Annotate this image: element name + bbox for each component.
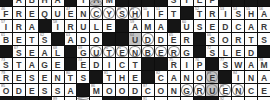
cell-letter: N (52, 71, 64, 83)
clue-number: 57 (1, 20, 5, 24)
cell-letter: D (129, 84, 141, 96)
cell-r9c4 (39, 97, 51, 100)
cell-letter: R (181, 33, 193, 45)
cell-r9c8[interactable] (90, 97, 102, 100)
cell-r5c21 (258, 46, 270, 58)
cell-r7c3[interactable]: S (26, 71, 38, 83)
clue-number: 48 (117, 7, 121, 11)
cell-r2c2[interactable]: R (13, 7, 25, 19)
cell-r3c2[interactable]: R (13, 20, 25, 32)
cell-r4c5 (52, 33, 64, 45)
cell-r6c20[interactable]: A (245, 58, 257, 70)
cell-r2c15 (181, 7, 193, 19)
cell-r3c13[interactable]: A (155, 20, 167, 32)
cell-r5c9[interactable]: 70T (103, 46, 115, 58)
cell-r5c6 (65, 46, 77, 58)
circle-marker (103, 7, 115, 19)
cell-r3c6[interactable]: R (65, 20, 77, 32)
cell-r5c11[interactable]: N (129, 46, 141, 58)
cell-letter: C (245, 84, 257, 96)
cell-r8c8[interactable]: 86M (90, 84, 102, 96)
cell-letter: N (168, 84, 180, 96)
cell-r8c4[interactable]: S (39, 84, 51, 96)
cell-r5c2[interactable]: 67S (13, 46, 25, 58)
cell-r6c7[interactable]: 74E (77, 58, 89, 70)
cell-r8c13[interactable]: O (155, 84, 167, 96)
cell-letter: S (39, 84, 51, 96)
cell-letter: L (90, 20, 102, 32)
cell-r4c2[interactable]: E (13, 33, 25, 45)
cell-r6c17 (206, 58, 218, 70)
cell-letter: A (245, 58, 257, 70)
clue-number: 52 (195, 7, 199, 11)
clue-number: 84 (233, 71, 237, 75)
cell-r2c12[interactable]: 50I (142, 7, 154, 19)
cell-r3c17[interactable]: E (206, 20, 218, 32)
cell-r6c9[interactable]: I (103, 58, 115, 70)
cell-r8c2[interactable]: D (13, 84, 25, 96)
cell-r2c4[interactable]: Q (39, 7, 51, 19)
cell-r2c17[interactable]: R (206, 7, 218, 19)
cell-letter: G (181, 46, 193, 58)
clue-number: 77 (220, 58, 224, 62)
cell-r1c20 (245, 0, 257, 6)
cell-r8c16[interactable]: R (194, 84, 206, 96)
cell-letter: E (206, 20, 218, 32)
clue-number: 62 (40, 33, 44, 37)
cell-r8c3[interactable]: E (26, 84, 38, 96)
cell-r3c7[interactable]: U (77, 20, 89, 32)
clue-number: 75 (169, 58, 173, 62)
cell-r4c3[interactable]: T (26, 33, 38, 45)
cell-letter: R (65, 20, 77, 32)
cell-r9c2 (13, 97, 25, 100)
cell-r7c7[interactable]: S (77, 71, 89, 83)
cell-letter: S (26, 71, 38, 83)
cell-r8c14[interactable]: N (168, 84, 180, 96)
cell-letter: M (103, 0, 115, 6)
cell-r3c9[interactable]: E (103, 20, 115, 32)
clue-number: 81 (104, 71, 108, 75)
cell-r1c13 (155, 0, 167, 6)
cell-r9c9 (103, 97, 115, 100)
crossword-board: ABHATAMSTEP46FREQU47ENCY48S49H50I51FT52T… (0, 0, 270, 100)
clue-number: 61 (1, 33, 5, 37)
cell-r4c11[interactable]: 64U (129, 33, 141, 45)
cell-r6c15[interactable]: I (181, 58, 193, 70)
cell-r9c1 (0, 97, 12, 100)
cell-r4c16 (194, 33, 206, 45)
circle-marker (181, 84, 193, 96)
cell-letter: E (103, 20, 115, 32)
cell-letter: D (155, 33, 167, 45)
cell-letter: G (39, 58, 51, 70)
cell-letter: H (39, 0, 51, 6)
cell-r4c19[interactable]: R (232, 33, 244, 45)
clue-number: 89 (53, 97, 57, 100)
cell-r3c20[interactable]: A (245, 20, 257, 32)
cell-letter: Q (39, 7, 51, 19)
clue-number: 91 (143, 97, 147, 100)
cell-r3c12[interactable]: M (142, 20, 154, 32)
cell-r1c21 (258, 0, 270, 6)
cell-r2c9[interactable]: Y (103, 7, 115, 19)
cell-r5c5[interactable]: 68L (52, 46, 64, 58)
cell-r7c18 (219, 71, 231, 83)
cell-r3c19[interactable]: C (232, 20, 244, 32)
cell-letter: W (232, 58, 244, 70)
clue-number: 70 (104, 46, 108, 50)
cell-r7c5[interactable]: N (52, 71, 64, 83)
cell-letter: E (26, 7, 38, 19)
clue-number: 65 (169, 33, 173, 37)
circle-marker (155, 46, 167, 58)
cell-r2c1[interactable]: 46F (0, 7, 12, 19)
cell-r1c6 (65, 0, 77, 6)
cell-r9c10 (116, 97, 128, 100)
cell-r2c3[interactable]: E (26, 7, 38, 19)
cell-r3c8[interactable]: L (90, 20, 102, 32)
cell-r1c16[interactable]: E (194, 0, 206, 6)
cell-r8c5[interactable]: S (52, 84, 64, 96)
cell-r6c6 (65, 58, 77, 70)
cell-r9c18[interactable]: 92 (219, 97, 231, 100)
cell-r2c14[interactable]: T (168, 7, 180, 19)
cell-r5c16 (194, 46, 206, 58)
cell-r2c21[interactable]: 56A (258, 7, 270, 19)
cell-r7c11[interactable]: E (129, 71, 141, 83)
cell-r6c16[interactable]: 76P (194, 58, 206, 70)
cell-r5c4[interactable]: A (39, 46, 51, 58)
clue-number: 47 (66, 7, 70, 11)
cell-r2c6[interactable]: 47E (65, 7, 77, 19)
clue-number: 67 (14, 46, 18, 50)
cell-r7c12 (142, 71, 154, 83)
cell-r5c1 (0, 46, 12, 58)
cell-letter: T (129, 58, 141, 70)
cell-r6c5[interactable]: E (52, 58, 64, 70)
cell-letter: D (13, 84, 25, 96)
cell-letter: S (77, 71, 89, 83)
cell-r3c1[interactable]: 57I (0, 20, 12, 32)
clue-number: 63 (66, 33, 70, 37)
clue-number: 50 (143, 7, 147, 11)
cell-r8c1[interactable]: 85O (0, 84, 12, 96)
cell-r1c1 (0, 0, 12, 6)
cell-r9c16 (194, 97, 206, 100)
cell-r1c19 (232, 0, 244, 6)
cell-r9c6[interactable] (65, 97, 77, 100)
cell-r2c7[interactable]: N (77, 7, 89, 19)
cell-r3c10 (116, 20, 128, 32)
cell-letter: E (26, 84, 38, 96)
cell-r8c17[interactable]: U (206, 84, 218, 96)
cell-letter: A (26, 58, 38, 70)
cell-letter: H (116, 71, 128, 83)
cell-letter: R (232, 33, 244, 45)
cell-r9c3 (26, 97, 38, 100)
cell-r9c14[interactable] (168, 97, 180, 100)
cell-r4c10 (116, 33, 128, 45)
cell-r5c10[interactable]: 71E (116, 46, 128, 58)
cell-r9c21[interactable] (258, 97, 270, 100)
cell-r5c17[interactable]: 72S (206, 46, 218, 58)
cell-r9c20[interactable] (245, 97, 257, 100)
cell-r6c14[interactable]: 75R (168, 58, 180, 70)
cell-r4c14[interactable]: 65E (168, 33, 180, 45)
cell-r2c19[interactable]: 54S (232, 7, 244, 19)
cell-r6c10[interactable]: C (116, 58, 128, 70)
cell-letter: A (155, 20, 167, 32)
cell-letter: O (103, 84, 115, 96)
cell-r2c10[interactable]: 48S (116, 7, 128, 19)
cell-r6c19[interactable]: W (232, 58, 244, 70)
cell-r8c15[interactable]: G (181, 84, 193, 96)
cell-r8c12[interactable]: 87C (142, 84, 154, 96)
cell-r1c5[interactable]: A (52, 0, 64, 6)
clue-number: 90 (78, 97, 82, 100)
cell-r4c8[interactable]: O (90, 33, 102, 45)
cell-r2c13[interactable]: 51F (155, 7, 167, 19)
cell-r1c12 (142, 0, 154, 6)
clue-number: 71 (117, 46, 121, 50)
cell-r7c9[interactable]: 81T (103, 71, 115, 83)
cell-r8c21[interactable]: E (258, 84, 270, 96)
cell-r5c3[interactable]: E (26, 46, 38, 58)
clue-number: 60 (182, 20, 186, 24)
cell-r1c10 (116, 0, 128, 6)
cell-r5c20[interactable]: D (245, 46, 257, 58)
cell-r4c9 (103, 33, 115, 45)
cell-r4c12[interactable]: D (142, 33, 154, 45)
cell-r1c9[interactable]: M (103, 0, 115, 6)
clue-number: 83 (207, 71, 211, 75)
cell-letter: D (245, 46, 257, 58)
clue-number: 79 (1, 71, 5, 75)
cell-r4c15[interactable]: R (181, 33, 193, 45)
cell-letter: T (26, 33, 38, 45)
cell-letter: E (194, 0, 206, 6)
cell-letter: P (206, 0, 218, 6)
cell-letter: O (116, 84, 128, 96)
clue-number: 51 (156, 7, 160, 11)
cell-r7c21[interactable]: A (258, 71, 270, 83)
cell-r6c13 (155, 58, 167, 70)
cell-r7c2[interactable]: E (13, 71, 25, 83)
cell-r8c6[interactable]: A (65, 84, 77, 96)
cell-r3c5[interactable]: 58I (52, 20, 64, 32)
cell-r6c8[interactable]: D (90, 58, 102, 70)
cell-letter: S (194, 20, 206, 32)
cell-letter: I (103, 58, 115, 70)
cell-r5c14[interactable]: R (168, 46, 180, 58)
cell-r7c16[interactable]: O (194, 71, 206, 83)
cell-r7c8 (90, 71, 102, 83)
cell-r4c18[interactable]: O (219, 33, 231, 45)
cell-r2c11[interactable]: 49H (129, 7, 141, 19)
cell-r4c21[interactable]: S (258, 33, 270, 45)
cell-letter: C (232, 20, 244, 32)
cell-letter: S (258, 33, 270, 45)
cell-letter: L (219, 46, 231, 58)
circle-marker (142, 46, 154, 58)
cell-r2c5[interactable]: U (52, 7, 64, 19)
cell-r8c7 (77, 84, 89, 96)
cell-r5c15[interactable]: G (181, 46, 193, 58)
clue-number: 46 (1, 7, 5, 11)
cell-r5c13[interactable]: E (155, 46, 167, 58)
cell-r4c20[interactable]: T (245, 33, 257, 45)
cell-letter: D (219, 20, 231, 32)
cell-r3c18[interactable]: D (219, 20, 231, 32)
cell-letter: A (258, 71, 270, 83)
cell-r5c19[interactable]: E (232, 46, 244, 58)
cell-r4c17[interactable]: 66S (206, 33, 218, 45)
cell-r8c20[interactable]: C (245, 84, 257, 96)
cell-r2c20[interactable]: 55H (245, 7, 257, 19)
cell-r8c11[interactable]: D (129, 84, 141, 96)
cell-r7c19[interactable]: 84I (232, 71, 244, 83)
cell-letter: A (168, 71, 180, 83)
cell-r7c6[interactable]: 80T (65, 71, 77, 83)
cell-r7c15[interactable]: N (181, 71, 193, 83)
cell-letter: M (142, 20, 154, 32)
cell-r4c13[interactable]: D (155, 33, 167, 45)
cell-r8c18[interactable]: 88E (219, 84, 231, 96)
cell-r2c16[interactable]: 52T (194, 7, 206, 19)
clue-number: 58 (53, 20, 57, 24)
cell-r5c8[interactable]: U (90, 46, 102, 58)
cell-r1c15[interactable]: T (181, 0, 193, 6)
cell-letter: E (26, 46, 38, 58)
cell-r6c21[interactable]: 78M (258, 58, 270, 70)
clue-number: 54 (233, 7, 237, 11)
clue-number: 80 (66, 71, 70, 75)
cell-r3c11[interactable]: 59A (129, 20, 141, 32)
cell-letter: A (39, 46, 51, 58)
circle-marker (90, 7, 102, 19)
cell-r5c18[interactable]: L (219, 46, 231, 58)
cell-r6c3[interactable]: A (26, 58, 38, 70)
cell-letter: T (245, 33, 257, 45)
clue-number: 64 (130, 33, 134, 37)
clue-number: 92 (220, 97, 224, 100)
cell-r7c4[interactable]: E (39, 71, 51, 83)
cell-letter: E (39, 71, 51, 83)
cell-letter: S (168, 0, 180, 6)
cell-r1c14[interactable]: S (168, 0, 180, 6)
cell-letter: B (26, 0, 38, 6)
cell-letter: A (13, 0, 25, 6)
cell-letter: O (155, 84, 167, 96)
cell-letter: A (52, 0, 64, 6)
cell-letter: C (116, 58, 128, 70)
cell-r9c13[interactable] (155, 97, 167, 100)
cell-r1c2[interactable]: A (13, 0, 25, 6)
clue-number: 88 (220, 84, 224, 88)
cell-r1c4[interactable]: H (39, 0, 51, 6)
cell-letter: S (52, 84, 64, 96)
cell-letter: D (90, 58, 102, 70)
cell-letter: N (181, 71, 193, 83)
cell-letter: R (258, 20, 270, 32)
clue-number: 59 (130, 20, 134, 24)
cell-r8c10[interactable]: O (116, 84, 128, 96)
cell-letter: I (181, 58, 193, 70)
circle-marker (168, 46, 180, 58)
cell-letter: E (129, 71, 141, 83)
cell-r3c16[interactable]: S (194, 20, 206, 32)
cell-r1c7[interactable]: T (77, 0, 89, 6)
cell-r4c1[interactable]: 61B (0, 33, 12, 45)
cell-r4c7[interactable]: D (77, 33, 89, 45)
cell-r1c3[interactable]: B (26, 0, 38, 6)
cell-r3c21[interactable]: R (258, 20, 270, 32)
cell-r4c6[interactable]: 63A (65, 33, 77, 45)
cell-r6c1[interactable]: 73S (0, 58, 12, 70)
cell-r3c3[interactable]: A (26, 20, 38, 32)
cell-letter: O (90, 33, 102, 45)
cell-letter: O (194, 71, 206, 83)
cell-letter: A (65, 84, 77, 96)
clue-number: 78 (259, 58, 263, 62)
cell-r6c18[interactable]: 77S (219, 58, 231, 70)
cell-r8c19[interactable]: N (232, 84, 244, 96)
cell-r7c10[interactable]: H (116, 71, 128, 83)
cell-r9c11 (129, 97, 141, 100)
cell-r1c17[interactable]: P (206, 0, 218, 6)
cell-r9c15[interactable] (181, 97, 193, 100)
cell-r8c9[interactable]: O (103, 84, 115, 96)
cell-r9c7[interactable]: 90 (77, 97, 89, 100)
cell-r7c1[interactable]: 79R (0, 71, 12, 83)
cell-r9c19[interactable] (232, 97, 244, 100)
cell-r7c17[interactable]: 83E (206, 71, 218, 83)
clue-number: 86 (91, 84, 95, 88)
cell-r6c2[interactable]: T (13, 58, 25, 70)
cell-r2c18[interactable]: 53I (219, 7, 231, 19)
cell-letter: N (245, 71, 257, 83)
clue-number: 68 (53, 46, 57, 50)
cell-r9c12[interactable]: 91 (142, 97, 154, 100)
cell-r5c7[interactable]: 69G (77, 46, 89, 58)
cell-r7c13[interactable]: 82C (155, 71, 167, 83)
clue-number: 69 (78, 46, 82, 50)
cell-r6c11[interactable]: T (129, 58, 141, 70)
clue-number: 87 (143, 84, 147, 88)
cell-r9c5[interactable]: 89 (52, 97, 64, 100)
clue-number: 82 (156, 71, 160, 75)
cell-r1c8[interactable]: A (90, 0, 102, 6)
clue-number: 49 (130, 7, 134, 11)
cell-letter: R (206, 7, 218, 19)
cell-r7c14[interactable]: A (168, 71, 180, 83)
cell-r6c4[interactable]: G (39, 58, 51, 70)
cell-r5c12[interactable]: B (142, 46, 154, 58)
cell-r3c15[interactable]: 60U (181, 20, 193, 32)
cell-r4c4[interactable]: 62S (39, 33, 51, 45)
cell-letter: E (52, 58, 64, 70)
clue-number: 72 (207, 46, 211, 50)
clue-number: 53 (220, 7, 224, 11)
cell-letter: U (77, 20, 89, 32)
cell-letter: U (52, 7, 64, 19)
cell-r7c20[interactable]: N (245, 71, 257, 83)
cell-letter: E (258, 84, 270, 96)
cell-r2c8[interactable]: C (90, 7, 102, 19)
cell-letter: O (219, 33, 231, 45)
cell-letter: T (13, 58, 25, 70)
